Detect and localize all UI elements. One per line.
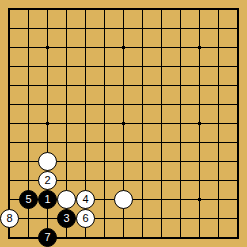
- star-point: [46, 122, 49, 125]
- go-board-diagram: 25148367: [0, 0, 247, 247]
- stone-move-number: 5: [25, 194, 31, 205]
- star-point: [122, 46, 125, 49]
- stone-move-number: 1: [44, 194, 50, 205]
- black-stone-5: 5: [19, 190, 38, 209]
- stone-move-number: 3: [63, 213, 69, 224]
- star-point: [46, 46, 49, 49]
- black-stone-7: 7: [38, 228, 57, 247]
- white-stone-6: 6: [76, 209, 95, 228]
- stone-move-number: 6: [82, 213, 88, 224]
- white-stone-unnumbered: [38, 152, 57, 171]
- star-point: [198, 198, 201, 201]
- stone-move-number: 4: [82, 194, 88, 205]
- star-point: [122, 122, 125, 125]
- stone-move-number: 7: [44, 232, 50, 243]
- black-stone-1: 1: [38, 190, 57, 209]
- white-stone-unnumbered: [114, 190, 133, 209]
- white-stone-unnumbered: [57, 190, 76, 209]
- star-point: [198, 46, 201, 49]
- star-point: [198, 122, 201, 125]
- white-stone-2: 2: [38, 171, 57, 190]
- white-stone-4: 4: [76, 190, 95, 209]
- goban-grid: 25148367: [0, 0, 247, 247]
- stone-move-number: 8: [6, 213, 12, 224]
- black-stone-3: 3: [57, 209, 76, 228]
- white-stone-8: 8: [0, 209, 19, 228]
- stone-move-number: 2: [44, 175, 50, 186]
